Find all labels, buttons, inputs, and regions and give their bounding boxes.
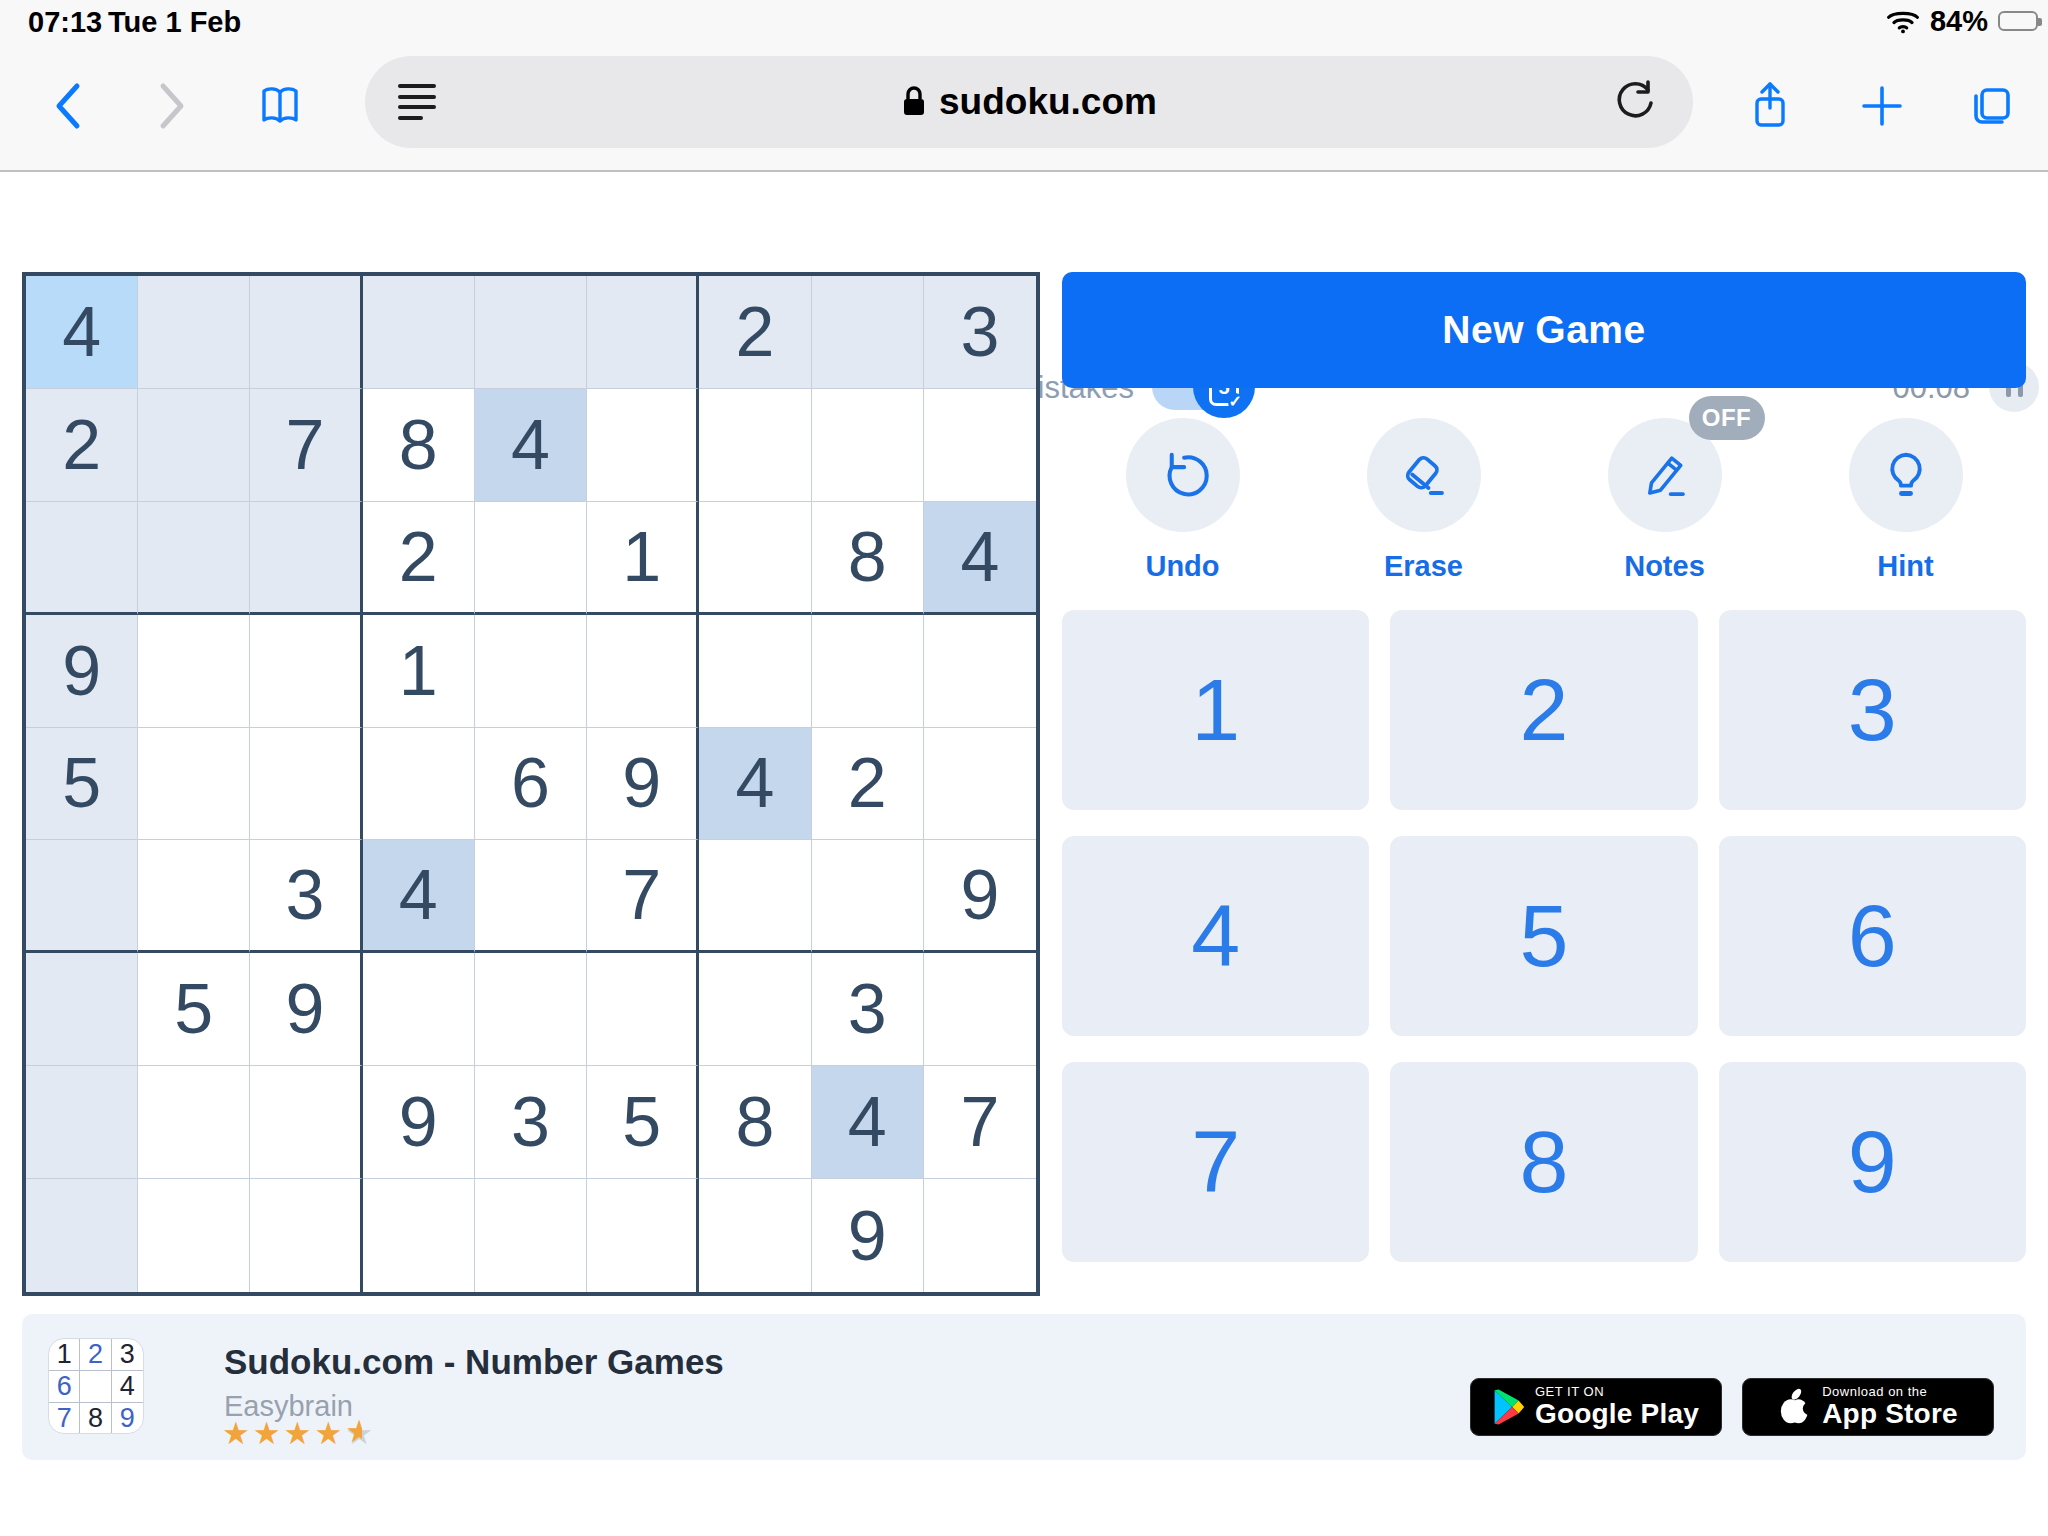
sudoku-cell-r3c5[interactable] <box>475 502 587 615</box>
undo-button[interactable]: Undo <box>1062 404 1303 594</box>
sudoku-cell-r5c2[interactable] <box>138 728 250 841</box>
sudoku-cell-r8c3[interactable] <box>250 1066 362 1179</box>
sudoku-cell-r3c2[interactable] <box>138 502 250 615</box>
sudoku-cell-r1c6[interactable] <box>587 276 699 389</box>
sudoku-cell-r6c3[interactable]: 3 <box>250 840 362 953</box>
sudoku-cell-r1c3[interactable] <box>250 276 362 389</box>
sudoku-cell-r7c9[interactable] <box>924 953 1036 1066</box>
sudoku-cell-r2c6[interactable] <box>587 389 699 502</box>
reader-view-icon[interactable] <box>398 84 436 120</box>
url-text: sudoku.com <box>901 81 1157 123</box>
sudoku-cell-r4c9[interactable] <box>924 615 1036 728</box>
sudoku-cell-r5c4[interactable] <box>363 728 475 841</box>
sudoku-cell-r3c9[interactable]: 4 <box>924 502 1036 615</box>
eraser-icon <box>1397 448 1451 502</box>
star-icon: ★★ <box>345 1416 376 1451</box>
sudoku-cell-r2c8[interactable] <box>812 389 924 502</box>
sudoku-cell-r6c7[interactable] <box>699 840 811 953</box>
sudoku-cell-r5c3[interactable] <box>250 728 362 841</box>
sudoku-cell-r3c6[interactable]: 1 <box>587 502 699 615</box>
refresh-icon[interactable] <box>1614 80 1656 126</box>
sudoku-cell-r5c7[interactable]: 4 <box>699 728 811 841</box>
erase-button[interactable]: Erase <box>1303 404 1544 594</box>
sudoku-cell-r1c5[interactable] <box>475 276 587 389</box>
sudoku-cell-r6c2[interactable] <box>138 840 250 953</box>
app-icon-cell: 3 <box>112 1339 143 1371</box>
sudoku-cell-r9c4[interactable] <box>363 1179 475 1292</box>
app-icon-cell: 7 <box>49 1403 80 1434</box>
numpad-6[interactable]: 6 <box>1719 836 2026 1036</box>
lightbulb-icon <box>1879 448 1933 502</box>
sudoku-cell-r8c7[interactable]: 8 <box>699 1066 811 1179</box>
sudoku-cell-r2c4[interactable]: 8 <box>363 389 475 502</box>
app-icon-cell: 6 <box>49 1371 80 1403</box>
sudoku-cell-r7c3[interactable]: 9 <box>250 953 362 1066</box>
sudoku-cell-r4c5[interactable] <box>475 615 587 728</box>
app-rating-stars: ★★★★★★ <box>222 1418 376 1449</box>
sudoku-cell-r7c2[interactable]: 5 <box>138 953 250 1066</box>
sudoku-cell-r9c8[interactable]: 9 <box>812 1179 924 1292</box>
sudoku-cell-r3c1[interactable] <box>26 502 138 615</box>
sudoku-cell-r1c1[interactable]: 4 <box>26 276 138 389</box>
battery-percentage: 84% <box>1930 5 1988 38</box>
sudoku-cell-r8c4[interactable]: 9 <box>363 1066 475 1179</box>
address-bar[interactable]: sudoku.com <box>365 56 1693 148</box>
sudoku-cell-r8c9[interactable]: 7 <box>924 1066 1036 1179</box>
sudoku-cell-r6c8[interactable] <box>812 840 924 953</box>
apple-icon <box>1778 1387 1812 1427</box>
new-game-button[interactable]: New Game <box>1062 272 2026 388</box>
tool-row: Undo Erase OFF <box>1062 404 2026 594</box>
notes-button[interactable]: OFF Notes <box>1544 404 1785 594</box>
tabs-icon[interactable] <box>1966 78 2014 134</box>
sudoku-cell-r4c4[interactable]: 1 <box>363 615 475 728</box>
sudoku-cell-r2c2[interactable] <box>138 389 250 502</box>
status-date: Tue 1 Feb <box>108 6 241 39</box>
sudoku-cell-r2c5[interactable]: 4 <box>475 389 587 502</box>
sudoku-cell-r6c9[interactable]: 9 <box>924 840 1036 953</box>
notes-label: Notes <box>1624 550 1705 583</box>
sudoku-cell-r5c8[interactable]: 2 <box>812 728 924 841</box>
star-icon: ★ <box>314 1416 345 1451</box>
numpad-5[interactable]: 5 <box>1390 836 1697 1036</box>
sudoku-cell-r2c1[interactable]: 2 <box>26 389 138 502</box>
sudoku-cell-r4c2[interactable] <box>138 615 250 728</box>
sudoku-cell-r9c5[interactable] <box>475 1179 587 1292</box>
app-banner[interactable]: 12364789 Sudoku.com - Number Games Easyb… <box>22 1314 2026 1460</box>
app-icon-cell: 2 <box>80 1339 111 1371</box>
wifi-icon <box>1886 8 1920 34</box>
sudoku-cell-r8c5[interactable]: 3 <box>475 1066 587 1179</box>
sudoku-cell-r1c9[interactable]: 3 <box>924 276 1036 389</box>
sudoku-cell-r4c3[interactable] <box>250 615 362 728</box>
browser-chrome: 07:13 Tue 1 Feb 84% <box>0 0 2048 172</box>
app-title: Sudoku.com - Number Games <box>224 1342 724 1382</box>
sudoku-cell-r8c2[interactable] <box>138 1066 250 1179</box>
app-icon-cell: 8 <box>80 1403 111 1434</box>
app-icon: 12364789 <box>48 1338 144 1434</box>
safari-sudoku-screen: { "game": "sudoku", "position": "4000002… <box>0 0 2048 1536</box>
sudoku-cell-r9c7[interactable] <box>699 1179 811 1292</box>
sudoku-cell-r1c4[interactable] <box>363 276 475 389</box>
sudoku-cell-r9c9[interactable] <box>924 1179 1036 1292</box>
sudoku-cell-r5c1[interactable]: 5 <box>26 728 138 841</box>
google-play-icon <box>1493 1389 1525 1425</box>
hint-button[interactable]: Hint <box>1785 404 2026 594</box>
app-icon-cell: 9 <box>112 1403 143 1434</box>
sudoku-cell-r5c6[interactable]: 9 <box>587 728 699 841</box>
app-icon-cell: 1 <box>49 1339 80 1371</box>
notes-off-badge: OFF <box>1689 396 1765 440</box>
sudoku-cell-r2c7[interactable] <box>699 389 811 502</box>
sudoku-cell-r3c8[interactable]: 8 <box>812 502 924 615</box>
forward-button[interactable] <box>148 78 196 134</box>
sudoku-cell-r8c8[interactable]: 4 <box>812 1066 924 1179</box>
status-indicators: 84% <box>1886 4 2038 38</box>
numpad-3[interactable]: 3 <box>1719 610 2026 810</box>
sudoku-cell-r2c3[interactable]: 7 <box>250 389 362 502</box>
lock-icon <box>901 85 927 119</box>
status-time: 07:13 <box>28 6 102 39</box>
sudoku-cell-r7c7[interactable] <box>699 953 811 1066</box>
numpad-8[interactable]: 8 <box>1390 1062 1697 1262</box>
sudoku-cell-r6c5[interactable] <box>475 840 587 953</box>
sudoku-cell-r9c6[interactable] <box>587 1179 699 1292</box>
sudoku-cell-r6c4[interactable]: 4 <box>363 840 475 953</box>
numpad-9[interactable]: 9 <box>1719 1062 2026 1262</box>
hint-label: Hint <box>1877 550 1933 583</box>
sudoku-cell-r6c6[interactable]: 7 <box>587 840 699 953</box>
sudoku-cell-r1c2[interactable] <box>138 276 250 389</box>
game-header: January 30 Auto-Check for Mistakes 5✓ 00… <box>0 172 2048 272</box>
undo-label: Undo <box>1145 550 1219 583</box>
sudoku-cell-r7c5[interactable] <box>475 953 587 1066</box>
numpad-2[interactable]: 2 <box>1390 610 1697 810</box>
sudoku-cell-r3c4[interactable]: 2 <box>363 502 475 615</box>
sudoku-cell-r9c3[interactable] <box>250 1179 362 1292</box>
star-icon: ★ <box>222 1416 253 1451</box>
sudoku-cell-r5c9[interactable] <box>924 728 1036 841</box>
sudoku-cell-r7c4[interactable] <box>363 953 475 1066</box>
sudoku-cell-r1c7[interactable]: 2 <box>699 276 811 389</box>
sudoku-cell-r3c7[interactable] <box>699 502 811 615</box>
sudoku-cell-r8c6[interactable]: 5 <box>587 1066 699 1179</box>
sudoku-cell-r9c1[interactable] <box>26 1179 138 1292</box>
sudoku-cell-r6c1[interactable] <box>26 840 138 953</box>
app-icon-cell: 4 <box>112 1371 143 1403</box>
erase-label: Erase <box>1384 550 1463 583</box>
sudoku-cell-r4c8[interactable] <box>812 615 924 728</box>
numpad-4[interactable]: 4 <box>1062 836 1369 1036</box>
app-store-badge[interactable]: Download on the App Store <box>1742 1378 1994 1436</box>
sudoku-cell-r9c2[interactable] <box>138 1179 250 1292</box>
sudoku-cell-r8c1[interactable] <box>26 1066 138 1179</box>
sudoku-cell-r2c9[interactable] <box>924 389 1036 502</box>
sudoku-cell-r7c8[interactable]: 3 <box>812 953 924 1066</box>
share-icon[interactable] <box>1746 78 1794 134</box>
sudoku-cell-r1c8[interactable] <box>812 276 924 389</box>
pencil-icon <box>1638 448 1692 502</box>
star-icon: ★ <box>284 1416 315 1451</box>
sudoku-board: 42327842184915694234795939358479 <box>22 272 1040 1296</box>
sudoku-cell-r4c6[interactable] <box>587 615 699 728</box>
sudoku-cell-r7c1[interactable] <box>26 953 138 1066</box>
app-icon-cell <box>80 1371 111 1403</box>
sudoku-cell-r5c5[interactable]: 6 <box>475 728 587 841</box>
sudoku-cell-r4c7[interactable] <box>699 615 811 728</box>
battery-icon <box>1998 11 2038 31</box>
undo-icon <box>1156 448 1210 502</box>
google-play-badge[interactable]: GET IT ON Google Play <box>1470 1378 1722 1436</box>
sudoku-cell-r4c1[interactable]: 9 <box>26 615 138 728</box>
sudoku-cell-r7c6[interactable] <box>587 953 699 1066</box>
bookmarks-icon[interactable] <box>256 78 304 134</box>
back-button[interactable] <box>44 78 92 134</box>
new-tab-icon[interactable] <box>1858 78 1906 134</box>
star-icon: ★ <box>253 1416 284 1451</box>
number-pad: 123456789 <box>1062 610 2026 1262</box>
sudoku-cell-r3c3[interactable] <box>250 502 362 615</box>
numpad-1[interactable]: 1 <box>1062 610 1369 810</box>
numpad-7[interactable]: 7 <box>1062 1062 1369 1262</box>
